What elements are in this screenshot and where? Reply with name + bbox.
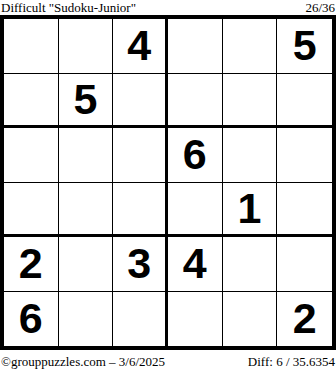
cell-r5c1-given[interactable]: 2 <box>4 237 59 292</box>
cell-r4c4-empty[interactable] <box>168 183 223 238</box>
cell-r1c5-empty[interactable] <box>223 19 278 74</box>
puzzle-title: Difficult "Sudoku-Junior" <box>0 1 136 15</box>
difficulty-rating: Diff: 6 / 35.6354 <box>248 353 336 370</box>
sudoku-board: 4556123462 <box>0 15 336 350</box>
cell-r5c5-empty[interactable] <box>223 237 278 292</box>
cell-r6c5-empty[interactable] <box>223 292 278 347</box>
copyright-credit: ©grouppuzzles.com – 3/6/2025 <box>0 353 165 370</box>
cell-r1c6-given[interactable]: 5 <box>277 19 332 74</box>
cell-r4c5-given[interactable]: 1 <box>223 183 278 238</box>
cell-r6c3-empty[interactable] <box>113 292 168 347</box>
cell-r4c2-empty[interactable] <box>59 183 114 238</box>
cell-r2c3-empty[interactable] <box>113 74 168 129</box>
cell-r2c2-given[interactable]: 5 <box>59 74 114 129</box>
header: Difficult "Sudoku-Junior" 26/36 <box>0 0 336 15</box>
cell-r2c1-empty[interactable] <box>4 74 59 129</box>
cell-r6c1-given[interactable]: 6 <box>4 292 59 347</box>
cell-r1c2-empty[interactable] <box>59 19 114 74</box>
cell-r5c6-empty[interactable] <box>277 237 332 292</box>
cell-r6c4-empty[interactable] <box>168 292 223 347</box>
sudoku-page: Difficult "Sudoku-Junior" 26/36 45561234… <box>0 0 336 370</box>
cell-r5c2-empty[interactable] <box>59 237 114 292</box>
cell-r6c2-empty[interactable] <box>59 292 114 347</box>
cell-r5c4-given[interactable]: 4 <box>168 237 223 292</box>
cell-r1c3-given[interactable]: 4 <box>113 19 168 74</box>
cell-r3c3-empty[interactable] <box>113 128 168 183</box>
cell-r6c6-given[interactable]: 2 <box>277 292 332 347</box>
cell-r5c3-given[interactable]: 3 <box>113 237 168 292</box>
footer: ©grouppuzzles.com – 3/6/2025 Diff: 6 / 3… <box>0 351 336 370</box>
cell-r2c5-empty[interactable] <box>223 74 278 129</box>
cell-r3c4-given[interactable]: 6 <box>168 128 223 183</box>
cell-r3c1-empty[interactable] <box>4 128 59 183</box>
cell-r4c3-empty[interactable] <box>113 183 168 238</box>
cell-r2c6-empty[interactable] <box>277 74 332 129</box>
cell-r4c6-empty[interactable] <box>277 183 332 238</box>
cell-r1c1-empty[interactable] <box>4 19 59 74</box>
cell-r1c4-empty[interactable] <box>168 19 223 74</box>
cell-r3c5-empty[interactable] <box>223 128 278 183</box>
puzzle-counter: 26/36 <box>305 1 336 15</box>
cell-r2c4-empty[interactable] <box>168 74 223 129</box>
cell-r4c1-empty[interactable] <box>4 183 59 238</box>
cell-r3c2-empty[interactable] <box>59 128 114 183</box>
cell-r3c6-empty[interactable] <box>277 128 332 183</box>
